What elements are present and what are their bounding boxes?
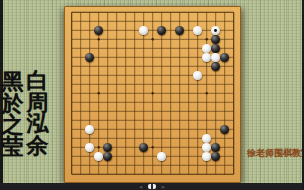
white-stone [202,134,211,143]
player-name-char: 泓 [25,113,50,135]
white-stone [85,125,94,134]
black-stone [211,44,220,53]
white-stone [202,53,211,62]
black-player-column: 黑於之莹 [0,71,25,157]
black-stone [175,26,184,35]
white-stone [94,152,103,161]
video-frame: 黑於之莹 白周泓余 徐老师围棋教室 « » [0,0,304,190]
black-stone [103,143,112,152]
white-stone [193,71,202,80]
player-name-char: 周 [25,92,50,114]
go-board [65,7,240,182]
black-stone [211,62,220,71]
white-stone [193,26,202,35]
white-stone [202,143,211,152]
rewind-icon[interactable]: « [139,183,143,190]
stones-layer [65,7,240,182]
black-stone [220,53,229,62]
white-stone [202,44,211,53]
black-stone [94,26,103,35]
player-name-char: 余 [25,135,50,157]
player-name-char: 黑 [0,71,25,93]
black-stone [103,152,112,161]
video-player-bar[interactable]: « » [0,183,304,190]
player-name-char: 莹 [0,136,25,158]
white-stone [202,152,211,161]
white-stone [139,26,148,35]
black-stone [157,26,166,35]
channel-caption: 徐老师围棋教室 [247,147,304,159]
black-stone [211,152,220,161]
black-stone [211,143,220,152]
black-stone [85,53,94,62]
last-move-marker [214,29,217,32]
player-name-char: 於 [0,93,25,115]
player-name-char: 之 [0,114,25,136]
pause-icon[interactable] [148,184,156,189]
white-stone [157,152,166,161]
forward-icon[interactable]: » [161,183,165,190]
right-letterbox-strip [302,0,304,190]
white-player-column: 白周泓余 [25,70,50,156]
black-stone [220,125,229,134]
white-stone-last-move [211,26,220,35]
player-name-char: 白 [25,70,50,92]
white-stone [85,143,94,152]
black-stone [139,143,148,152]
white-stone [211,53,220,62]
black-stone [211,35,220,44]
